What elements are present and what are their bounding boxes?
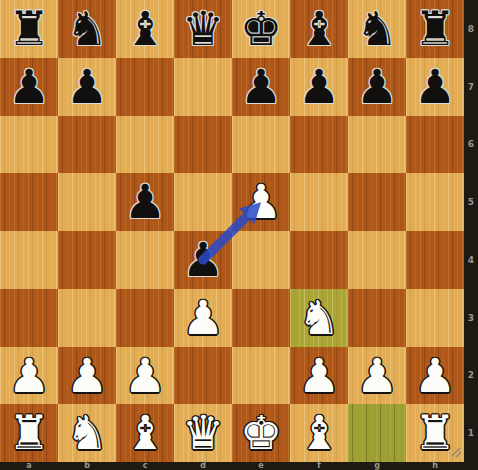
rank-label-2: 2 <box>464 347 478 405</box>
piece-black-pawn-b7[interactable]: ♟ <box>58 58 116 116</box>
piece-black-pawn-f7[interactable]: ♟ <box>290 58 348 116</box>
piece-white-pawn-f2[interactable]: ♟ <box>290 347 348 405</box>
piece-black-knight-g8[interactable]: ♞ <box>348 0 406 58</box>
square-e4[interactable] <box>232 231 290 289</box>
square-h5[interactable] <box>406 173 464 231</box>
piece-white-bishop-f1[interactable]: ♝ <box>290 404 348 462</box>
piece-white-knight-b1[interactable]: ♞ <box>58 404 116 462</box>
square-a6[interactable] <box>0 116 58 174</box>
square-g4[interactable] <box>348 231 406 289</box>
square-b8[interactable]: ♞ <box>58 0 116 58</box>
square-c3[interactable] <box>116 289 174 347</box>
file-label-f: f <box>290 462 348 470</box>
piece-white-queen-d1[interactable]: ♛ <box>174 404 232 462</box>
square-c1[interactable]: ♝ <box>116 404 174 462</box>
piece-white-pawn-c2[interactable]: ♟ <box>116 347 174 405</box>
square-d4[interactable]: ♟ <box>174 231 232 289</box>
piece-white-bishop-c1[interactable]: ♝ <box>116 404 174 462</box>
square-e5[interactable]: ♟ <box>232 173 290 231</box>
piece-white-king-e1[interactable]: ♚ <box>232 404 290 462</box>
square-g3[interactable] <box>348 289 406 347</box>
piece-white-pawn-h2[interactable]: ♟ <box>406 347 464 405</box>
file-label-g: g <box>348 462 406 470</box>
piece-black-knight-b8[interactable]: ♞ <box>58 0 116 58</box>
piece-white-pawn-e5[interactable]: ♟ <box>232 173 290 231</box>
piece-white-knight-f3[interactable]: ♞ <box>290 289 348 347</box>
rank-label-6: 6 <box>464 116 478 174</box>
square-a4[interactable] <box>0 231 58 289</box>
square-c7[interactable] <box>116 58 174 116</box>
square-d3[interactable]: ♟ <box>174 289 232 347</box>
square-e1[interactable]: ♚ <box>232 404 290 462</box>
rank-label-8: 8 <box>464 0 478 58</box>
square-h3[interactable] <box>406 289 464 347</box>
square-f6[interactable] <box>290 116 348 174</box>
rank-label-4: 4 <box>464 231 478 289</box>
piece-white-pawn-a2[interactable]: ♟ <box>0 347 58 405</box>
rank-coordinates: 87654321 <box>464 0 478 462</box>
piece-black-pawn-g7[interactable]: ♟ <box>348 58 406 116</box>
square-a2[interactable]: ♟ <box>0 347 58 405</box>
square-g1[interactable] <box>348 404 406 462</box>
square-f7[interactable]: ♟ <box>290 58 348 116</box>
square-a5[interactable] <box>0 173 58 231</box>
square-d8[interactable]: ♛ <box>174 0 232 58</box>
piece-black-pawn-c5[interactable]: ♟ <box>116 173 174 231</box>
square-c4[interactable] <box>116 231 174 289</box>
square-h7[interactable]: ♟ <box>406 58 464 116</box>
file-label-h: h <box>406 462 464 470</box>
square-d7[interactable] <box>174 58 232 116</box>
square-g7[interactable]: ♟ <box>348 58 406 116</box>
piece-black-bishop-c8[interactable]: ♝ <box>116 0 174 58</box>
square-g5[interactable] <box>348 173 406 231</box>
square-f3[interactable]: ♞ <box>290 289 348 347</box>
square-b3[interactable] <box>58 289 116 347</box>
square-h2[interactable]: ♟ <box>406 347 464 405</box>
square-c8[interactable]: ♝ <box>116 0 174 58</box>
file-coordinates: abcdefgh <box>0 462 464 470</box>
square-f5[interactable] <box>290 173 348 231</box>
piece-black-bishop-f8[interactable]: ♝ <box>290 0 348 58</box>
square-g2[interactable]: ♟ <box>348 347 406 405</box>
file-label-e: e <box>232 462 290 470</box>
square-f4[interactable] <box>290 231 348 289</box>
square-f8[interactable]: ♝ <box>290 0 348 58</box>
square-a3[interactable] <box>0 289 58 347</box>
resize-handle-icon[interactable] <box>448 444 463 459</box>
rank-label-7: 7 <box>464 58 478 116</box>
square-d2[interactable] <box>174 347 232 405</box>
square-d6[interactable] <box>174 116 232 174</box>
square-b1[interactable]: ♞ <box>58 404 116 462</box>
square-a8[interactable]: ♜ <box>0 0 58 58</box>
square-c2[interactable]: ♟ <box>116 347 174 405</box>
square-g8[interactable]: ♞ <box>348 0 406 58</box>
rank-label-5: 5 <box>464 173 478 231</box>
square-h6[interactable] <box>406 116 464 174</box>
rank-label-3: 3 <box>464 289 478 347</box>
square-b4[interactable] <box>58 231 116 289</box>
file-label-b: b <box>58 462 116 470</box>
piece-white-pawn-d3[interactable]: ♟ <box>174 289 232 347</box>
square-b7[interactable]: ♟ <box>58 58 116 116</box>
square-d5[interactable] <box>174 173 232 231</box>
piece-white-pawn-g2[interactable]: ♟ <box>348 347 406 405</box>
square-e7[interactable]: ♟ <box>232 58 290 116</box>
square-e6[interactable] <box>232 116 290 174</box>
piece-black-pawn-d4[interactable]: ♟ <box>174 231 232 289</box>
square-b2[interactable]: ♟ <box>58 347 116 405</box>
chess-board: ♜♞♝♛♚♝♞♜♟♟♟♟♟♟♟♟♟♟♞♟♟♟♟♟♟♜♞♝♛♚♝♜ <box>0 0 464 462</box>
rank-label-1: 1 <box>464 404 478 462</box>
square-e2[interactable] <box>232 347 290 405</box>
file-label-c: c <box>116 462 174 470</box>
piece-black-pawn-h7[interactable]: ♟ <box>406 58 464 116</box>
piece-white-pawn-b2[interactable]: ♟ <box>58 347 116 405</box>
square-b5[interactable] <box>58 173 116 231</box>
square-a7[interactable]: ♟ <box>0 58 58 116</box>
square-c5[interactable]: ♟ <box>116 173 174 231</box>
square-e3[interactable] <box>232 289 290 347</box>
square-h8[interactable]: ♜ <box>406 0 464 58</box>
square-e8[interactable]: ♚ <box>232 0 290 58</box>
piece-black-rook-a8[interactable]: ♜ <box>0 0 58 58</box>
file-label-a: a <box>0 462 58 470</box>
square-b6[interactable] <box>58 116 116 174</box>
piece-black-pawn-e7[interactable]: ♟ <box>232 58 290 116</box>
file-label-d: d <box>174 462 232 470</box>
board-window: ♜♞♝♛♚♝♞♜♟♟♟♟♟♟♟♟♟♟♞♟♟♟♟♟♟♜♞♝♛♚♝♜ 8765432… <box>0 0 478 470</box>
square-h4[interactable] <box>406 231 464 289</box>
square-d1[interactable]: ♛ <box>174 404 232 462</box>
square-f1[interactable]: ♝ <box>290 404 348 462</box>
square-a1[interactable]: ♜ <box>0 404 58 462</box>
piece-black-queen-d8[interactable]: ♛ <box>174 0 232 58</box>
piece-black-rook-h8[interactable]: ♜ <box>406 0 464 58</box>
square-g6[interactable] <box>348 116 406 174</box>
square-c6[interactable] <box>116 116 174 174</box>
piece-black-pawn-a7[interactable]: ♟ <box>0 58 58 116</box>
piece-black-king-e8[interactable]: ♚ <box>232 0 290 58</box>
square-f2[interactable]: ♟ <box>290 347 348 405</box>
piece-white-rook-a1[interactable]: ♜ <box>0 404 58 462</box>
